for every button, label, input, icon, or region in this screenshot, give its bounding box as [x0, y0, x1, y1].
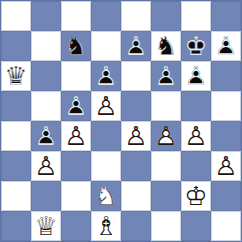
- piece-outline-glyph: ♙: [211, 31, 241, 61]
- black-pawn-piece[interactable]: ♟♙: [151, 61, 181, 91]
- white-king-piece[interactable]: ♚♔: [181, 181, 211, 211]
- white-pawn-piece[interactable]: ♟♙: [31, 151, 61, 181]
- square-d2[interactable]: ♞♘: [91, 181, 121, 211]
- square-h6[interactable]: [211, 61, 241, 91]
- piece-outline-glyph: ♙: [121, 31, 151, 61]
- square-c5[interactable]: ♟♙: [61, 91, 91, 121]
- square-c8[interactable]: [61, 1, 91, 31]
- piece-outline-glyph: ♗: [91, 211, 121, 241]
- square-c1[interactable]: [61, 211, 91, 241]
- square-a2[interactable]: [1, 181, 31, 211]
- square-d4[interactable]: [91, 121, 121, 151]
- square-d6[interactable]: ♟♙: [91, 61, 121, 91]
- square-e5[interactable]: [121, 91, 151, 121]
- piece-outline-glyph: ♔: [181, 31, 211, 61]
- square-g1[interactable]: [181, 211, 211, 241]
- white-pawn-piece[interactable]: ♟♙: [151, 121, 181, 151]
- white-pawn-piece[interactable]: ♟♙: [61, 121, 91, 151]
- square-c7[interactable]: ♞♘: [61, 31, 91, 61]
- square-c3[interactable]: [61, 151, 91, 181]
- piece-outline-glyph: ♘: [61, 31, 91, 61]
- piece-outline-glyph: ♙: [91, 91, 121, 121]
- square-d7[interactable]: [91, 31, 121, 61]
- white-queen-piece[interactable]: ♛♕: [31, 211, 61, 241]
- square-e1[interactable]: [121, 211, 151, 241]
- piece-outline-glyph: ♙: [181, 61, 211, 91]
- square-f1[interactable]: [151, 211, 181, 241]
- square-b5[interactable]: [31, 91, 61, 121]
- square-h3[interactable]: ♟♙: [211, 151, 241, 181]
- square-a6[interactable]: ♛♕: [1, 61, 31, 91]
- black-pawn-piece[interactable]: ♟♙: [121, 31, 151, 61]
- square-e6[interactable]: [121, 61, 151, 91]
- square-a7[interactable]: [1, 31, 31, 61]
- square-h2[interactable]: [211, 181, 241, 211]
- piece-outline-glyph: ♕: [31, 211, 61, 241]
- black-pawn-piece[interactable]: ♟♙: [31, 121, 61, 151]
- piece-outline-glyph: ♙: [31, 151, 61, 181]
- square-f7[interactable]: ♞♘: [151, 31, 181, 61]
- square-g5[interactable]: [181, 91, 211, 121]
- white-pawn-piece[interactable]: ♟♙: [211, 151, 241, 181]
- square-a5[interactable]: [1, 91, 31, 121]
- square-g4[interactable]: ♟♙: [181, 121, 211, 151]
- square-e3[interactable]: [121, 151, 151, 181]
- square-b3[interactable]: ♟♙: [31, 151, 61, 181]
- square-a8[interactable]: [1, 1, 31, 31]
- chess-board: ♞♘♟♙♞♘♚♔♟♙♛♕♟♙♟♙♟♙♟♙♟♙♟♙♟♙♟♙♟♙♟♙♟♙♟♙♞♘♚♔…: [0, 0, 242, 242]
- square-g6[interactable]: ♟♙: [181, 61, 211, 91]
- square-f3[interactable]: [151, 151, 181, 181]
- black-pawn-piece[interactable]: ♟♙: [61, 91, 91, 121]
- square-d5[interactable]: ♟♙: [91, 91, 121, 121]
- black-pawn-piece[interactable]: ♟♙: [211, 31, 241, 61]
- piece-outline-glyph: ♘: [151, 31, 181, 61]
- square-d1[interactable]: ♝♗: [91, 211, 121, 241]
- square-b4[interactable]: ♟♙: [31, 121, 61, 151]
- piece-outline-glyph: ♙: [61, 121, 91, 151]
- black-pawn-piece[interactable]: ♟♙: [91, 61, 121, 91]
- square-f4[interactable]: ♟♙: [151, 121, 181, 151]
- square-g8[interactable]: [181, 1, 211, 31]
- square-h7[interactable]: ♟♙: [211, 31, 241, 61]
- black-pawn-piece[interactable]: ♟♙: [181, 61, 211, 91]
- square-f8[interactable]: [151, 1, 181, 31]
- square-e7[interactable]: ♟♙: [121, 31, 151, 61]
- square-g3[interactable]: [181, 151, 211, 181]
- piece-outline-glyph: ♙: [61, 91, 91, 121]
- square-c4[interactable]: ♟♙: [61, 121, 91, 151]
- piece-outline-glyph: ♕: [1, 61, 31, 91]
- square-b1[interactable]: ♛♕: [31, 211, 61, 241]
- white-knight-piece[interactable]: ♞♘: [91, 181, 121, 211]
- square-a1[interactable]: [1, 211, 31, 241]
- black-knight-piece[interactable]: ♞♘: [61, 31, 91, 61]
- square-d8[interactable]: [91, 1, 121, 31]
- square-b7[interactable]: [31, 31, 61, 61]
- white-pawn-piece[interactable]: ♟♙: [121, 121, 151, 151]
- square-b2[interactable]: [31, 181, 61, 211]
- square-b6[interactable]: [31, 61, 61, 91]
- white-pawn-piece[interactable]: ♟♙: [91, 91, 121, 121]
- square-g7[interactable]: ♚♔: [181, 31, 211, 61]
- square-h5[interactable]: [211, 91, 241, 121]
- square-b8[interactable]: [31, 1, 61, 31]
- square-f6[interactable]: ♟♙: [151, 61, 181, 91]
- black-king-piece[interactable]: ♚♔: [181, 31, 211, 61]
- square-h8[interactable]: [211, 1, 241, 31]
- white-pawn-piece[interactable]: ♟♙: [181, 121, 211, 151]
- square-h4[interactable]: [211, 121, 241, 151]
- black-queen-piece[interactable]: ♛♕: [1, 61, 31, 91]
- black-knight-piece[interactable]: ♞♘: [151, 31, 181, 61]
- square-h1[interactable]: [211, 211, 241, 241]
- piece-outline-glyph: ♙: [91, 61, 121, 91]
- piece-outline-glyph: ♙: [121, 121, 151, 151]
- piece-outline-glyph: ♙: [181, 121, 211, 151]
- square-e2[interactable]: [121, 181, 151, 211]
- square-f2[interactable]: [151, 181, 181, 211]
- square-d3[interactable]: [91, 151, 121, 181]
- piece-outline-glyph: ♘: [91, 181, 121, 211]
- square-g2[interactable]: ♚♔: [181, 181, 211, 211]
- square-f5[interactable]: [151, 91, 181, 121]
- square-e4[interactable]: ♟♙: [121, 121, 151, 151]
- piece-outline-glyph: ♔: [181, 181, 211, 211]
- piece-outline-glyph: ♙: [151, 61, 181, 91]
- square-a3[interactable]: [1, 151, 31, 181]
- piece-outline-glyph: ♙: [151, 121, 181, 151]
- square-e8[interactable]: [121, 1, 151, 31]
- square-c6[interactable]: [61, 61, 91, 91]
- white-bishop-piece[interactable]: ♝♗: [91, 211, 121, 241]
- square-c2[interactable]: [61, 181, 91, 211]
- square-a4[interactable]: [1, 121, 31, 151]
- piece-outline-glyph: ♙: [211, 151, 241, 181]
- piece-outline-glyph: ♙: [31, 121, 61, 151]
